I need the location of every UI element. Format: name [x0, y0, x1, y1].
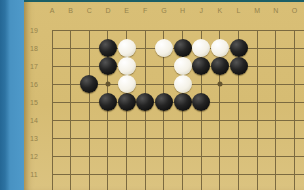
grid-line-vertical: [70, 30, 71, 190]
row-label: 19: [30, 27, 38, 34]
column-label: D: [105, 7, 110, 14]
column-label: J: [199, 7, 203, 14]
grid-line-vertical: [257, 30, 258, 190]
stone-white[interactable]: [174, 57, 192, 75]
stone-white[interactable]: [211, 39, 229, 57]
row-label: 16: [30, 81, 38, 88]
row-label: 12: [30, 153, 38, 160]
stone-black[interactable]: [174, 39, 192, 57]
column-label: E: [124, 7, 129, 14]
board-top-edge: [24, 0, 304, 2]
column-label: A: [50, 7, 55, 14]
stone-white[interactable]: [118, 75, 136, 93]
column-label: O: [292, 7, 297, 14]
stone-black[interactable]: [118, 93, 136, 111]
star-point: [105, 82, 110, 87]
stone-black[interactable]: [155, 93, 173, 111]
go-board[interactable]: ABCDEFGHJKLMNO 191817161514131211: [24, 0, 304, 190]
row-label: 14: [30, 117, 38, 124]
row-label: 15: [30, 99, 38, 106]
stone-black[interactable]: [80, 75, 98, 93]
stone-black[interactable]: [99, 39, 117, 57]
grid-line-vertical: [52, 30, 53, 190]
column-label: N: [273, 7, 278, 14]
column-label: H: [180, 7, 185, 14]
column-label: L: [237, 7, 241, 14]
column-label: G: [161, 7, 166, 14]
grid-line-vertical: [89, 30, 90, 190]
stone-white[interactable]: [118, 39, 136, 57]
stone-white[interactable]: [192, 39, 210, 57]
row-label: 17: [30, 63, 38, 70]
grid-line-vertical: [275, 30, 276, 190]
column-label: M: [254, 7, 260, 14]
column-label: C: [87, 7, 92, 14]
stone-black[interactable]: [192, 93, 210, 111]
stone-white[interactable]: [155, 39, 173, 57]
grid-line-vertical: [294, 30, 295, 190]
stone-black[interactable]: [99, 93, 117, 111]
stone-black[interactable]: [99, 57, 117, 75]
star-point: [217, 82, 222, 87]
stone-white[interactable]: [118, 57, 136, 75]
go-app-screenshot: ABCDEFGHJKLMNO 191817161514131211: [0, 0, 304, 190]
stone-black[interactable]: [192, 57, 210, 75]
stone-black[interactable]: [230, 39, 248, 57]
row-label: 11: [30, 171, 37, 178]
window-background: [0, 0, 24, 190]
row-label: 18: [30, 45, 38, 52]
column-label: K: [218, 7, 223, 14]
stone-black[interactable]: [211, 57, 229, 75]
stone-white[interactable]: [174, 75, 192, 93]
row-label: 13: [30, 135, 38, 142]
stone-black[interactable]: [174, 93, 192, 111]
stone-black[interactable]: [136, 93, 154, 111]
column-label: B: [68, 7, 73, 14]
stone-black[interactable]: [230, 57, 248, 75]
column-label: F: [143, 7, 147, 14]
